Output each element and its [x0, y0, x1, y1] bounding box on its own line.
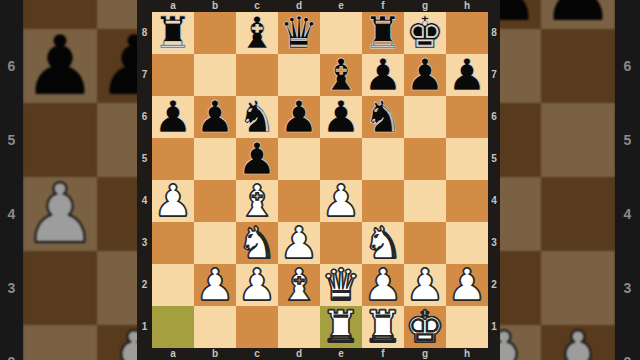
- square-e6[interactable]: ♟: [320, 96, 362, 138]
- file-label-c: c: [236, 348, 278, 360]
- square-g1[interactable]: ♚: [404, 306, 446, 348]
- bg-rank-label-6: 6: [615, 58, 640, 74]
- square-b8[interactable]: [194, 12, 236, 54]
- bg-black-pawn: ♟: [23, 25, 97, 107]
- bg-square: [23, 325, 97, 360]
- bg-rank-label-6: 6: [0, 58, 23, 74]
- square-a5[interactable]: [152, 138, 194, 180]
- white-pawn-h2[interactable]: ♟: [447, 263, 486, 307]
- square-g3[interactable]: [404, 222, 446, 264]
- square-g4[interactable]: [404, 180, 446, 222]
- file-label-h: h: [446, 0, 488, 12]
- square-c8[interactable]: ♝: [236, 12, 278, 54]
- square-a2[interactable]: [152, 264, 194, 306]
- square-e2[interactable]: ♛: [320, 264, 362, 306]
- rank-label-6: 6: [137, 96, 152, 138]
- square-c4[interactable]: ♝: [236, 180, 278, 222]
- square-g5[interactable]: [404, 138, 446, 180]
- square-e8[interactable]: [320, 12, 362, 54]
- rank-label-1: 1: [137, 306, 152, 348]
- square-h5[interactable]: [446, 138, 488, 180]
- bg-square: [541, 29, 615, 103]
- square-d2[interactable]: ♝: [278, 264, 320, 306]
- white-pawn-b2[interactable]: ♟: [195, 263, 234, 307]
- black-pawn-g7[interactable]: ♟: [405, 53, 444, 97]
- rank-label-8: 8: [137, 12, 152, 54]
- black-pawn-a6[interactable]: ♟: [153, 95, 192, 139]
- rank-label-3: 3: [488, 222, 500, 264]
- black-bishop-c8[interactable]: ♝: [237, 11, 276, 55]
- square-f8[interactable]: ♜: [362, 12, 404, 54]
- square-e7[interactable]: ♝: [320, 54, 362, 96]
- white-rook-e1[interactable]: ♜: [321, 305, 360, 349]
- file-label-e: e: [320, 0, 362, 12]
- bg-square: ♟: [23, 177, 97, 251]
- white-pawn-a4[interactable]: ♟: [153, 179, 192, 223]
- file-label-d: d: [278, 348, 320, 360]
- square-d1[interactable]: [278, 306, 320, 348]
- black-rook-a8[interactable]: ♜: [153, 11, 192, 55]
- rank-label-2: 2: [488, 264, 500, 306]
- black-pawn-d6[interactable]: ♟: [279, 95, 318, 139]
- square-b4[interactable]: [194, 180, 236, 222]
- bg-rank-label-3: 3: [0, 280, 23, 296]
- square-a6[interactable]: ♟: [152, 96, 194, 138]
- file-label-b: b: [194, 0, 236, 12]
- bg-square: ♟: [541, 325, 615, 360]
- square-e4[interactable]: ♟: [320, 180, 362, 222]
- file-label-h: h: [446, 348, 488, 360]
- square-g8[interactable]: ♚: [404, 12, 446, 54]
- white-pawn-c2[interactable]: ♟: [237, 263, 276, 307]
- square-h4[interactable]: [446, 180, 488, 222]
- square-h6[interactable]: [446, 96, 488, 138]
- rank-label-3: 3: [137, 222, 152, 264]
- board-frame: abcdefgh abcdefgh 87654321 87654321 ♜♝♛♜…: [137, 0, 500, 360]
- rank-label-8: 8: [488, 12, 500, 54]
- square-b5[interactable]: [194, 138, 236, 180]
- square-c7[interactable]: [236, 54, 278, 96]
- bg-rank-label-5: 5: [615, 132, 640, 148]
- square-d7[interactable]: [278, 54, 320, 96]
- square-g6[interactable]: [404, 96, 446, 138]
- square-h3[interactable]: [446, 222, 488, 264]
- bg-square: ♟: [23, 29, 97, 103]
- square-c6[interactable]: ♞: [236, 96, 278, 138]
- rank-labels-left: 87654321: [137, 12, 152, 348]
- square-f6[interactable]: ♞: [362, 96, 404, 138]
- square-h1[interactable]: [446, 306, 488, 348]
- white-king-g1[interactable]: ♚: [405, 305, 444, 349]
- bg-rank-label-2: 2: [615, 354, 640, 360]
- square-b7[interactable]: [194, 54, 236, 96]
- square-a4[interactable]: ♟: [152, 180, 194, 222]
- square-e5[interactable]: [320, 138, 362, 180]
- black-pawn-e6[interactable]: ♟: [321, 95, 360, 139]
- square-a3[interactable]: [152, 222, 194, 264]
- square-f7[interactable]: ♟: [362, 54, 404, 96]
- black-pawn-h7[interactable]: ♟: [447, 53, 486, 97]
- square-h8[interactable]: [446, 12, 488, 54]
- square-b2[interactable]: ♟: [194, 264, 236, 306]
- rank-label-1: 1: [488, 306, 500, 348]
- rank-label-5: 5: [137, 138, 152, 180]
- square-a7[interactable]: [152, 54, 194, 96]
- square-c2[interactable]: ♟: [236, 264, 278, 306]
- square-d3[interactable]: ♟: [278, 222, 320, 264]
- black-pawn-b6[interactable]: ♟: [195, 95, 234, 139]
- rank-labels-right: 87654321: [488, 12, 500, 348]
- bg-square: [23, 251, 97, 325]
- square-b1[interactable]: [194, 306, 236, 348]
- square-f2[interactable]: ♟: [362, 264, 404, 306]
- square-g7[interactable]: ♟: [404, 54, 446, 96]
- rank-label-5: 5: [488, 138, 500, 180]
- rank-label-7: 7: [137, 54, 152, 96]
- square-b6[interactable]: ♟: [194, 96, 236, 138]
- square-d5[interactable]: [278, 138, 320, 180]
- bg-white-pawn: ♟: [541, 321, 615, 360]
- square-c3[interactable]: ♞: [236, 222, 278, 264]
- rank-label-4: 4: [137, 180, 152, 222]
- background-rank-strip-right: 87654321: [615, 0, 640, 360]
- square-f5[interactable]: [362, 138, 404, 180]
- square-f3[interactable]: ♞: [362, 222, 404, 264]
- bg-rank-label-4: 4: [0, 206, 23, 222]
- rank-label-2: 2: [137, 264, 152, 306]
- bg-rank-label-5: 5: [0, 132, 23, 148]
- bg-square: [541, 103, 615, 177]
- square-e3[interactable]: [320, 222, 362, 264]
- square-h7[interactable]: ♟: [446, 54, 488, 96]
- rank-label-4: 4: [488, 180, 500, 222]
- file-label-b: b: [194, 348, 236, 360]
- square-g2[interactable]: ♟: [404, 264, 446, 306]
- white-bishop-d2[interactable]: ♝: [279, 263, 318, 307]
- bg-rank-label-2: 2: [0, 354, 23, 360]
- background-rank-strip-left: 87654321: [0, 0, 23, 360]
- square-h2[interactable]: ♟: [446, 264, 488, 306]
- square-f1[interactable]: ♜: [362, 306, 404, 348]
- bg-square: [541, 177, 615, 251]
- square-b3[interactable]: [194, 222, 236, 264]
- bg-rank-label-3: 3: [615, 280, 640, 296]
- white-pawn-e4[interactable]: ♟: [321, 179, 360, 223]
- chess-board[interactable]: ♜♝♛♜♚♝♟♟♟♟♟♞♟♟♞♟♟♝♟♞♟♞♟♟♝♛♟♟♟♜♜♚: [152, 12, 488, 348]
- rank-label-6: 6: [488, 96, 500, 138]
- square-d6[interactable]: ♟: [278, 96, 320, 138]
- rank-label-7: 7: [488, 54, 500, 96]
- square-a1[interactable]: [152, 306, 194, 348]
- bg-white-pawn: ♟: [23, 173, 97, 255]
- white-rook-f1[interactable]: ♜: [363, 305, 402, 349]
- black-queen-d8[interactable]: ♛: [279, 11, 318, 55]
- square-c1[interactable]: [236, 306, 278, 348]
- square-e1[interactable]: ♜: [320, 306, 362, 348]
- square-d8[interactable]: ♛: [278, 12, 320, 54]
- bg-square: ♟: [541, 0, 615, 29]
- black-knight-f6[interactable]: ♞: [363, 95, 402, 139]
- square-d4[interactable]: [278, 180, 320, 222]
- square-a8[interactable]: ♜: [152, 12, 194, 54]
- square-c5[interactable]: ♟: [236, 138, 278, 180]
- bg-rank-label-4: 4: [615, 206, 640, 222]
- square-f4[interactable]: [362, 180, 404, 222]
- file-label-a: a: [152, 348, 194, 360]
